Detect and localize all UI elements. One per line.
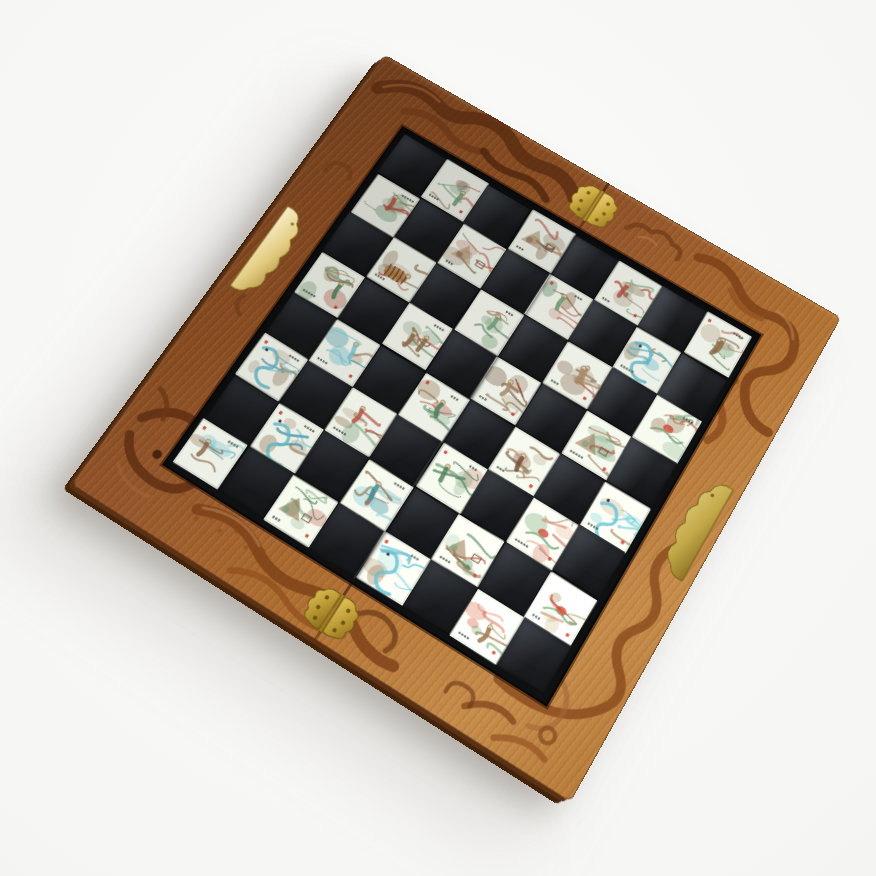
board-grid bbox=[174, 135, 751, 694]
folding-chessboard bbox=[71, 54, 841, 802]
playing-surface bbox=[162, 126, 761, 707]
carved-cloud-top-rail bbox=[626, 216, 686, 259]
photo-background bbox=[0, 0, 876, 876]
